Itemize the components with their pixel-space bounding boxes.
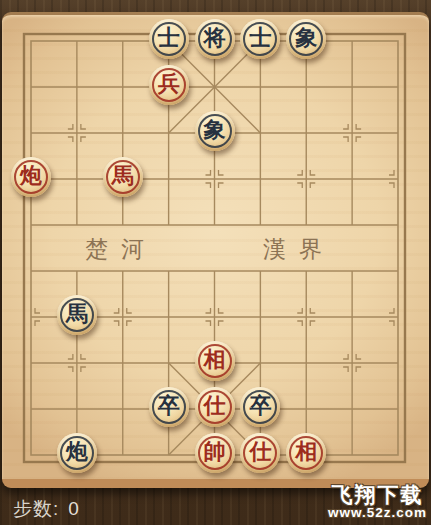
piece-glyph: 仕 bbox=[204, 395, 226, 417]
watermark-title: 飞翔下载 bbox=[328, 484, 427, 506]
piece-red-elephant-right[interactable]: 相 bbox=[286, 433, 326, 473]
piece-glyph: 馬 bbox=[112, 165, 134, 187]
watermark: 飞翔下载 www.52z.com bbox=[328, 484, 427, 520]
piece-glyph: 卒 bbox=[158, 395, 180, 417]
piece-red-general[interactable]: 帥 bbox=[195, 433, 235, 473]
piece-glyph: 仕 bbox=[249, 441, 271, 463]
piece-red-cannon[interactable]: 炮 bbox=[11, 157, 51, 197]
piece-black-soldier-right[interactable]: 卒 bbox=[240, 387, 280, 427]
piece-black-elephant-right[interactable]: 象 bbox=[286, 19, 326, 59]
piece-glyph: 相 bbox=[204, 349, 226, 371]
piece-red-advisor-center[interactable]: 仕 bbox=[195, 387, 235, 427]
piece-black-advisor-right[interactable]: 士 bbox=[240, 19, 280, 59]
piece-glyph: 将 bbox=[204, 27, 226, 49]
piece-red-elephant-center[interactable]: 相 bbox=[195, 341, 235, 381]
piece-red-soldier[interactable]: 兵 bbox=[149, 65, 189, 105]
piece-glyph: 士 bbox=[249, 27, 271, 49]
piece-black-horse[interactable]: 馬 bbox=[57, 295, 97, 335]
piece-black-general[interactable]: 将 bbox=[195, 19, 235, 59]
move-counter: 步数:0 bbox=[13, 496, 80, 522]
piece-glyph: 兵 bbox=[158, 73, 180, 95]
piece-red-advisor-right[interactable]: 仕 bbox=[240, 433, 280, 473]
piece-red-horse[interactable]: 馬 bbox=[103, 157, 143, 197]
piece-black-advisor-left[interactable]: 士 bbox=[149, 19, 189, 59]
piece-glyph: 士 bbox=[158, 27, 180, 49]
piece-black-elephant-center[interactable]: 象 bbox=[195, 111, 235, 151]
piece-glyph: 炮 bbox=[66, 441, 88, 463]
piece-glyph: 相 bbox=[295, 441, 317, 463]
piece-glyph: 帥 bbox=[204, 441, 226, 463]
xiangqi-app: 楚河 漢界 士将士象兵象炮馬馬相卒仕卒炮帥仕相 步数:0 飞翔下载 www.52… bbox=[0, 0, 431, 525]
watermark-url: www.52z.com bbox=[328, 506, 427, 520]
move-counter-label: 步数: bbox=[13, 498, 59, 519]
piece-black-soldier-left[interactable]: 卒 bbox=[149, 387, 189, 427]
move-counter-value: 0 bbox=[68, 498, 80, 519]
piece-glyph: 象 bbox=[204, 119, 226, 141]
piece-glyph: 炮 bbox=[20, 165, 42, 187]
piece-glyph: 卒 bbox=[249, 395, 271, 417]
piece-black-cannon[interactable]: 炮 bbox=[57, 433, 97, 473]
piece-glyph: 象 bbox=[295, 27, 317, 49]
piece-glyph: 馬 bbox=[66, 303, 88, 325]
pieces-layer: 士将士象兵象炮馬馬相卒仕卒炮帥仕相 bbox=[0, 0, 431, 525]
